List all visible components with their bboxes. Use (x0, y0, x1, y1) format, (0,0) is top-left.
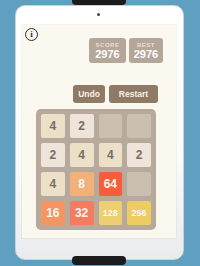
tile-4: 4 (70, 143, 94, 167)
score-label: SCORE (96, 42, 120, 48)
tile-4: 4 (41, 114, 65, 138)
front-camera-icon (97, 13, 100, 16)
tile-64: 64 (99, 172, 123, 196)
empty-cell (127, 114, 151, 138)
tile-16: 16 (41, 201, 65, 225)
tile-4: 4 (99, 143, 123, 167)
empty-cell (127, 172, 151, 196)
tablet-top-bar (72, 0, 126, 5)
best-box: BEST 2976 (129, 38, 163, 63)
score-value: 2976 (95, 49, 119, 60)
tablet-bottom-bar (72, 256, 126, 265)
restart-button[interactable]: Restart (109, 85, 158, 103)
tile-4: 4 (41, 172, 65, 196)
tile-2: 2 (70, 114, 94, 138)
info-icon: i (30, 30, 33, 39)
info-button[interactable]: i (25, 28, 38, 41)
page: i SCORE 2976 BEST 2976 Undo Restart 4224… (0, 0, 200, 266)
score-box: SCORE 2976 (89, 38, 126, 63)
tile-32: 32 (70, 201, 94, 225)
tile-128: 128 (99, 201, 123, 225)
best-value: 2976 (134, 49, 158, 60)
best-label: BEST (137, 42, 155, 48)
undo-button[interactable]: Undo (73, 85, 105, 103)
tile-2: 2 (127, 143, 151, 167)
tile-256: 256 (127, 201, 151, 225)
empty-cell (99, 114, 123, 138)
score-panel: SCORE 2976 BEST 2976 (89, 38, 163, 63)
app-screen: i SCORE 2976 BEST 2976 Undo Restart 4224… (22, 25, 176, 238)
game-board[interactable]: 42244248641632128256 (36, 109, 156, 230)
tile-2: 2 (41, 143, 65, 167)
tile-8: 8 (70, 172, 94, 196)
